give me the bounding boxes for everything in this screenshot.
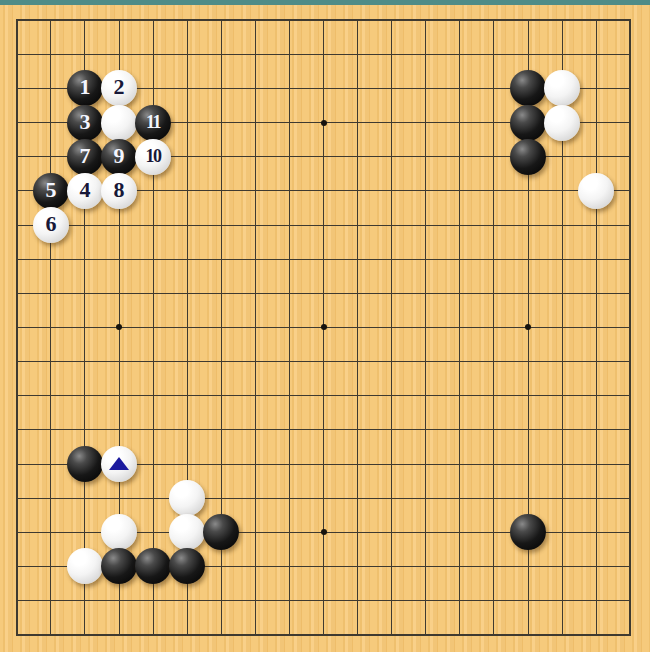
black-stone: 5: [33, 173, 69, 209]
board-gridline-horizontal: [16, 600, 631, 601]
white-stone: 2: [101, 70, 137, 106]
white-stone: [578, 173, 614, 209]
board-gridline-vertical: [391, 19, 392, 636]
board-gridline-horizontal: [16, 395, 631, 396]
black-stone: [101, 548, 137, 584]
black-stone: 7: [67, 139, 103, 175]
white-stone: [101, 514, 137, 550]
black-stone: [135, 548, 171, 584]
black-stone: [510, 105, 546, 141]
black-stone: 9: [101, 139, 137, 175]
move-number-label: 11: [146, 113, 160, 131]
white-stone: 10: [135, 139, 171, 175]
move-number-label: 4: [79, 179, 90, 201]
board-gridline-vertical: [425, 19, 426, 636]
move-number-label: 2: [114, 76, 125, 98]
go-app-window: 1231179105486: [0, 0, 650, 652]
board-gridline-horizontal: [16, 429, 631, 430]
move-number-label: 3: [79, 111, 90, 133]
go-board[interactable]: 1231179105486: [0, 5, 650, 652]
star-point: [321, 120, 327, 126]
white-stone: [544, 70, 580, 106]
move-number-label: 8: [114, 179, 125, 201]
move-number-label: 9: [114, 145, 125, 167]
black-stone: 1: [67, 70, 103, 106]
board-gridline-vertical: [459, 19, 460, 636]
window-chrome-bar: [0, 0, 650, 5]
white-stone: [67, 548, 103, 584]
move-number-label: 10: [146, 147, 161, 165]
black-stone: [169, 548, 205, 584]
move-number-label: 6: [45, 213, 56, 235]
white-stone: [101, 105, 137, 141]
board-gridline-horizontal: [16, 361, 631, 362]
board-gridline-vertical: [629, 19, 631, 636]
white-stone: [169, 514, 205, 550]
star-point: [116, 324, 122, 330]
white-stone: 8: [101, 173, 137, 209]
black-stone: [203, 514, 239, 550]
star-point: [525, 324, 531, 330]
white-stone: 4: [67, 173, 103, 209]
move-number-label: 5: [45, 179, 56, 201]
black-stone: [510, 70, 546, 106]
board-gridline-vertical: [596, 19, 597, 636]
black-stone: [67, 446, 103, 482]
move-number-label: 1: [79, 76, 90, 98]
star-point: [321, 529, 327, 535]
board-gridline-vertical: [357, 19, 358, 636]
white-stone: [101, 446, 137, 482]
black-stone: [510, 139, 546, 175]
triangle-marker-icon: [109, 457, 129, 470]
board-gridline-horizontal: [16, 498, 631, 499]
star-point: [321, 324, 327, 330]
black-stone: 3: [67, 105, 103, 141]
move-number-label: 7: [79, 145, 90, 167]
black-stone: 11: [135, 105, 171, 141]
white-stone: [169, 480, 205, 516]
board-gridline-horizontal: [16, 634, 631, 636]
board-gridline-vertical: [493, 19, 494, 636]
white-stone: [544, 105, 580, 141]
black-stone: [510, 514, 546, 550]
white-stone: 6: [33, 207, 69, 243]
